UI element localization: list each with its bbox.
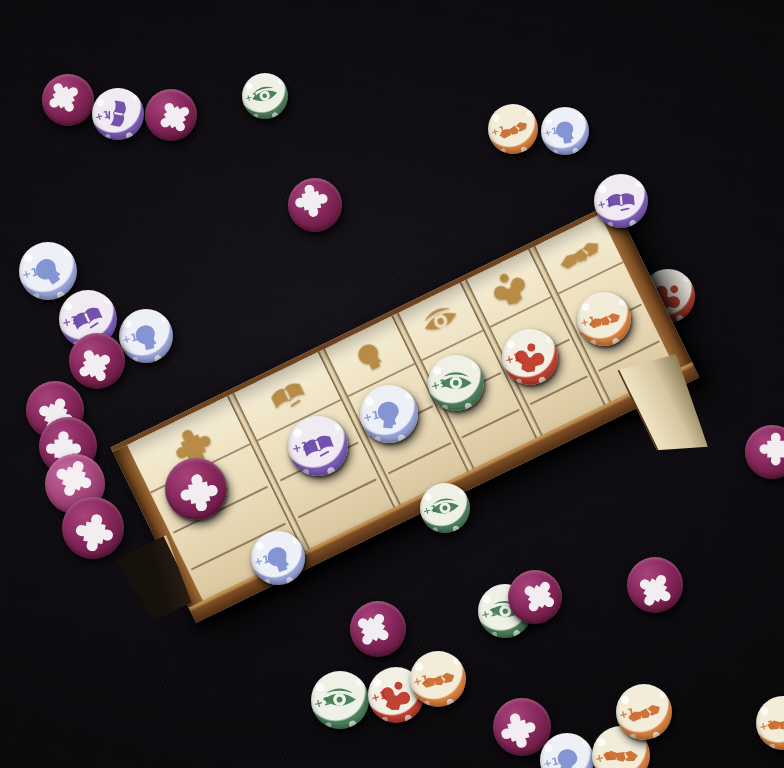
puzzle-icon — [144, 88, 198, 142]
plus-one-mark: +1 — [313, 695, 332, 710]
token-puzzle[interactable] — [145, 89, 197, 141]
token-head[interactable]: +1 — [19, 242, 77, 300]
engraved-head-icon — [345, 332, 393, 380]
token-puzzle[interactable] — [42, 74, 94, 126]
token-puzzle[interactable] — [62, 497, 124, 559]
token-handshake[interactable]: +1 — [410, 651, 466, 707]
puzzle-icon — [41, 73, 95, 127]
token-eye[interactable]: +1 — [428, 355, 484, 411]
token-head[interactable]: +1 — [119, 309, 173, 363]
token-head[interactable]: +1 — [360, 385, 418, 443]
token-eye[interactable]: +1 — [242, 73, 288, 119]
token-puzzle[interactable] — [745, 425, 784, 479]
token-eye[interactable]: +1 — [420, 483, 470, 533]
token-muscle[interactable]: +1 — [502, 329, 558, 385]
puzzle-icon — [751, 431, 784, 472]
plus-one-mark: +1 — [61, 314, 80, 329]
token-puzzle[interactable] — [350, 601, 406, 657]
plus-one-mark: +1 — [594, 750, 613, 765]
puzzle-icon — [291, 181, 339, 229]
floor-score-line — [388, 442, 451, 474]
floor-score-line — [297, 478, 376, 518]
puzzle-icon — [626, 556, 684, 614]
token-handshake[interactable]: +1 — [756, 696, 784, 750]
token-head[interactable]: +1 — [251, 531, 305, 585]
token-handshake[interactable]: +1 — [488, 104, 538, 154]
token-book[interactable]: +1 — [594, 174, 648, 228]
token-book[interactable]: +1 — [288, 416, 348, 476]
token-book[interactable]: +1 — [92, 88, 144, 140]
puzzle-icon — [349, 600, 407, 658]
engraved-eye-icon — [414, 294, 467, 347]
token-handshake[interactable]: +1 — [616, 684, 672, 740]
engraved-muscle-icon — [482, 261, 535, 314]
token-puzzle[interactable] — [508, 570, 562, 624]
puzzle-icon — [68, 332, 126, 390]
scene: +1+1 +1+1+1+1+1+1+1+1+1+1+1+1+1+1+1+1+1+… — [0, 0, 784, 768]
plus-one-mark: +1 — [21, 266, 40, 281]
token-puzzle[interactable] — [165, 458, 227, 520]
engraved-book-icon — [259, 368, 315, 424]
puzzle-icon — [169, 462, 224, 517]
token-head[interactable]: +1 — [541, 107, 589, 155]
token-eye[interactable]: +1 — [311, 671, 369, 729]
token-puzzle[interactable] — [69, 333, 125, 389]
plus-one-mark: +1 — [542, 755, 560, 768]
token-puzzle[interactable] — [627, 557, 683, 613]
token-handshake[interactable]: +1 — [577, 292, 631, 346]
puzzle-icon — [66, 501, 121, 556]
puzzle-icon — [495, 700, 549, 754]
floor-score-line — [461, 409, 519, 439]
token-puzzle[interactable] — [288, 178, 342, 232]
plus-one-mark: +1 — [362, 409, 381, 424]
